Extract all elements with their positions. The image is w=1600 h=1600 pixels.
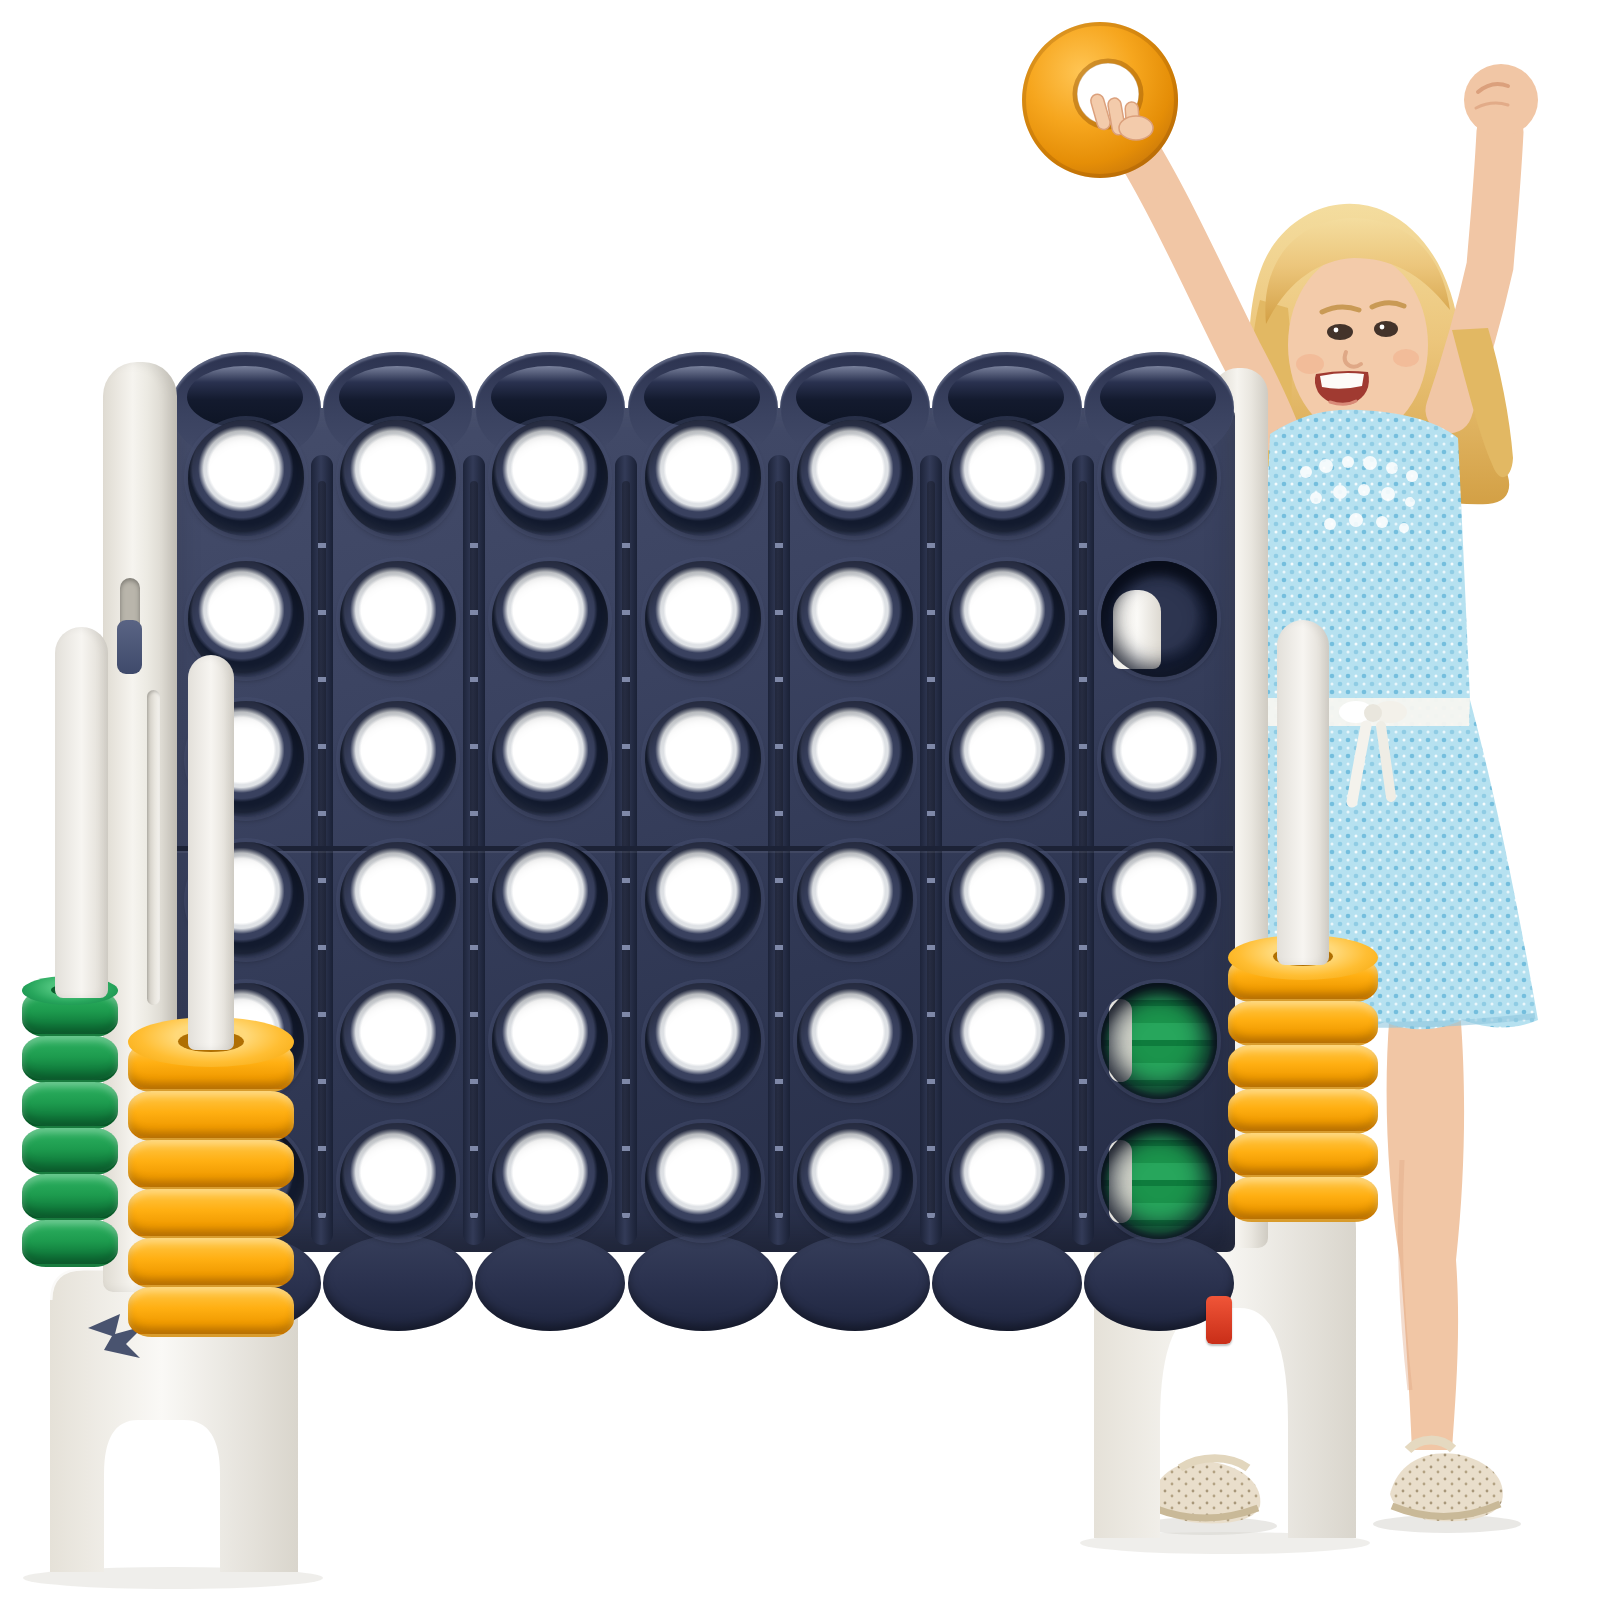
right_front_stack-ring-3	[1228, 1045, 1378, 1090]
left_rear_stack-ring-4	[22, 1128, 118, 1175]
left_rear_stack-ring-3	[22, 1082, 118, 1129]
left_rear_pole	[55, 627, 108, 998]
left_front_stack-ring-4	[128, 1189, 294, 1239]
left_front_pole	[188, 655, 234, 1050]
right_front_stack-ring-5	[1228, 1133, 1378, 1178]
left_front_stack-ring-6	[128, 1287, 294, 1337]
left_front_stack-ring-2	[128, 1091, 294, 1141]
left_rear_stack-ring-2	[22, 1036, 118, 1083]
left_rear_stack-ring-6	[22, 1220, 118, 1267]
right_front_stack-ring-2	[1228, 1001, 1378, 1046]
right_front_stack-ring-6	[1228, 1177, 1378, 1222]
ring-storage-stacks	[0, 0, 1600, 1600]
right_front_stack-ring-4	[1228, 1089, 1378, 1134]
left_rear_stack-ring-5	[22, 1174, 118, 1221]
left_front_stack-ring-5	[128, 1238, 294, 1288]
left_front_stack-ring-3	[128, 1140, 294, 1190]
product-photo-scene	[0, 0, 1600, 1600]
right_front_pole	[1277, 620, 1329, 965]
